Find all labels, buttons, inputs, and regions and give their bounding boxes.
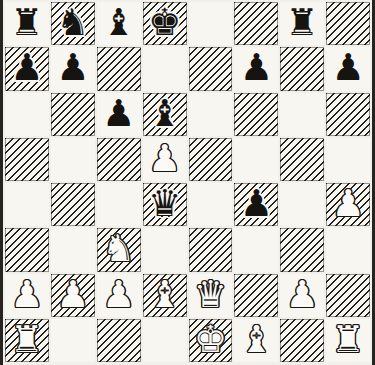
square-f5[interactable]: [234, 138, 278, 181]
white-bishop: ♝: [240, 321, 273, 358]
square-h8[interactable]: [326, 2, 370, 45]
white-pawn: ♟: [286, 276, 319, 313]
square-d2[interactable]: ♝: [143, 274, 187, 317]
square-g7[interactable]: [280, 47, 324, 90]
square-b7[interactable]: ♟: [51, 47, 95, 90]
square-c2[interactable]: ♟: [97, 274, 141, 317]
white-pawn: ♟: [10, 276, 43, 313]
square-c4[interactable]: [97, 183, 141, 226]
chess-board: ♜♞♝♚♜♟♟♟♟♟♝♟♛♟♟♞♟♟♟♝♛♟♜♚♝♜: [5, 2, 370, 362]
square-b5[interactable]: [51, 138, 95, 181]
white-knight: ♞: [102, 230, 135, 267]
black-king: ♚: [148, 4, 181, 41]
square-c5[interactable]: [97, 138, 141, 181]
square-f2[interactable]: [234, 274, 278, 317]
white-pawn: ♟: [148, 140, 181, 177]
chess-diagram: ♜♞♝♚♜♟♟♟♟♟♝♟♛♟♟♞♟♟♟♝♛♟♜♚♝♜: [0, 0, 375, 365]
square-h6[interactable]: [326, 93, 370, 136]
square-a1[interactable]: ♜: [5, 319, 49, 362]
square-g8[interactable]: ♜: [280, 2, 324, 45]
white-bishop: ♝: [148, 276, 181, 313]
white-pawn: ♟: [102, 276, 135, 313]
square-f1[interactable]: ♝: [234, 319, 278, 362]
square-f4[interactable]: ♟: [234, 183, 278, 226]
square-d7[interactable]: [143, 47, 187, 90]
square-f3[interactable]: [234, 228, 278, 271]
square-b6[interactable]: [51, 93, 95, 136]
square-g6[interactable]: [280, 93, 324, 136]
square-b2[interactable]: ♟: [51, 274, 95, 317]
square-e2[interactable]: ♛: [189, 274, 233, 317]
square-a7[interactable]: ♟: [5, 47, 49, 90]
square-e6[interactable]: [189, 93, 233, 136]
black-rook: ♜: [286, 4, 319, 41]
white-king: ♚: [194, 321, 227, 358]
white-pawn: ♟: [56, 276, 89, 313]
square-a3[interactable]: [5, 228, 49, 271]
square-d8[interactable]: ♚: [143, 2, 187, 45]
square-d5[interactable]: ♟: [143, 138, 187, 181]
square-f7[interactable]: ♟: [234, 47, 278, 90]
square-h7[interactable]: ♟: [326, 47, 370, 90]
white-rook: ♜: [10, 321, 43, 358]
square-e1[interactable]: ♚: [189, 319, 233, 362]
black-pawn: ♟: [240, 185, 273, 222]
square-d3[interactable]: [143, 228, 187, 271]
square-c8[interactable]: ♝: [97, 2, 141, 45]
black-pawn: ♟: [102, 95, 135, 132]
black-pawn: ♟: [10, 49, 43, 86]
black-pawn: ♟: [56, 49, 89, 86]
square-g3[interactable]: [280, 228, 324, 271]
black-rook: ♜: [10, 4, 43, 41]
square-c6[interactable]: ♟: [97, 93, 141, 136]
square-h5[interactable]: [326, 138, 370, 181]
square-g4[interactable]: [280, 183, 324, 226]
square-d6[interactable]: ♝: [143, 93, 187, 136]
square-c1[interactable]: [97, 319, 141, 362]
square-e3[interactable]: [189, 228, 233, 271]
square-g5[interactable]: [280, 138, 324, 181]
black-bishop: ♝: [102, 4, 135, 41]
square-h3[interactable]: [326, 228, 370, 271]
square-b1[interactable]: [51, 319, 95, 362]
black-pawn: ♟: [240, 49, 273, 86]
white-pawn: ♟: [331, 185, 364, 222]
square-b8[interactable]: ♞: [51, 2, 95, 45]
square-a5[interactable]: [5, 138, 49, 181]
square-h2[interactable]: [326, 274, 370, 317]
square-g1[interactable]: [280, 319, 324, 362]
square-a4[interactable]: [5, 183, 49, 226]
square-d1[interactable]: [143, 319, 187, 362]
square-a6[interactable]: [5, 93, 49, 136]
square-e8[interactable]: [189, 2, 233, 45]
square-a8[interactable]: ♜: [5, 2, 49, 45]
black-bishop: ♝: [148, 95, 181, 132]
white-queen: ♛: [194, 276, 227, 313]
square-a2[interactable]: ♟: [5, 274, 49, 317]
square-e4[interactable]: [189, 183, 233, 226]
black-pawn: ♟: [331, 49, 364, 86]
black-queen: ♛: [148, 185, 181, 222]
square-e7[interactable]: [189, 47, 233, 90]
square-d4[interactable]: ♛: [143, 183, 187, 226]
square-e5[interactable]: [189, 138, 233, 181]
square-c7[interactable]: [97, 47, 141, 90]
square-f6[interactable]: [234, 93, 278, 136]
square-h1[interactable]: ♜: [326, 319, 370, 362]
square-b3[interactable]: [51, 228, 95, 271]
square-h4[interactable]: ♟: [326, 183, 370, 226]
square-c3[interactable]: ♞: [97, 228, 141, 271]
black-knight: ♞: [56, 4, 89, 41]
square-b4[interactable]: [51, 183, 95, 226]
square-f8[interactable]: [234, 2, 278, 45]
white-rook: ♜: [331, 321, 364, 358]
square-g2[interactable]: ♟: [280, 274, 324, 317]
